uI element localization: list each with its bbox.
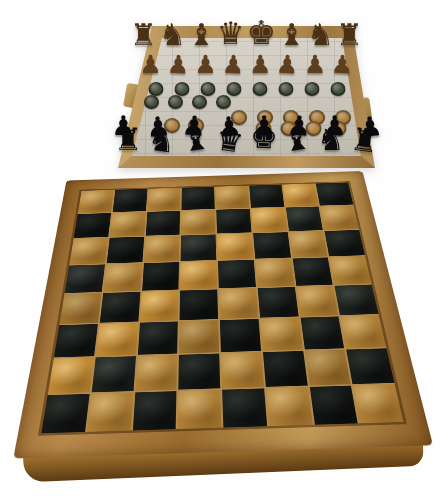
- square-d2: [179, 354, 221, 390]
- black-majors-knight-icon: ♞: [146, 123, 178, 158]
- square-b1: [87, 392, 133, 431]
- square-h6: [325, 230, 365, 256]
- square-g2: [305, 350, 351, 386]
- board-frame: [13, 171, 433, 458]
- square-a7: [74, 213, 111, 238]
- black-majors-knight-icon: ♞: [317, 124, 345, 155]
- square-d5: [180, 261, 217, 290]
- tray-row-brown-pawns: ♟♟♟♟♟♟♟♟: [118, 52, 375, 77]
- green-checker-disc: [174, 82, 189, 96]
- square-g5: [292, 257, 333, 285]
- square-c6: [144, 236, 180, 263]
- brown-majors-rook-icon: ♜: [336, 20, 363, 50]
- brown-pawns-pawn-icon: ♟: [139, 52, 161, 77]
- square-e4: [219, 288, 258, 319]
- brown-majors-knight-icon: ♞: [159, 20, 186, 50]
- square-a5: [65, 264, 105, 293]
- green-checker-disc: [168, 95, 183, 109]
- green-checker-disc: [252, 82, 267, 96]
- chess-board: [4, 159, 434, 482]
- square-a4: [59, 293, 101, 324]
- green-checker-disc: [144, 95, 159, 109]
- square-e1: [222, 388, 267, 427]
- square-h2: [346, 348, 394, 384]
- square-a6: [69, 238, 108, 265]
- green-checker-disc: [192, 95, 207, 109]
- square-e2: [221, 352, 264, 388]
- square-c5: [142, 262, 179, 291]
- square-g8: [283, 184, 319, 207]
- brown-pawns-pawn-icon: ♟: [249, 52, 271, 77]
- square-b2: [91, 356, 135, 392]
- square-c1: [132, 391, 176, 430]
- black-majors-bishop-icon: ♝: [180, 122, 212, 157]
- square-b3: [96, 323, 138, 356]
- green-checker-disc: [148, 82, 163, 96]
- black-majors-rook-icon: ♜: [114, 124, 142, 155]
- square-d1: [178, 390, 222, 429]
- green-checker-disc: [200, 82, 215, 96]
- square-d3: [179, 320, 219, 353]
- square-a2: [48, 357, 94, 393]
- board-grid: [41, 183, 403, 434]
- tray-row-brown-majors: ♜♞♝♛♚♝♞♜: [118, 20, 375, 50]
- square-e7: [216, 209, 251, 234]
- square-h4: [335, 285, 379, 316]
- square-e8: [216, 186, 250, 209]
- square-c7: [145, 211, 180, 236]
- square-d6: [181, 234, 217, 261]
- square-f1: [266, 387, 313, 426]
- square-f5: [255, 259, 294, 287]
- black-majors-queen-icon: ♛: [214, 123, 246, 158]
- square-a3: [54, 324, 98, 357]
- brown-pawns-pawn-icon: ♟: [166, 51, 190, 77]
- green-checker-disc: [216, 95, 231, 109]
- brown-majors-bishop-icon: ♝: [188, 20, 215, 50]
- square-f2: [263, 351, 308, 387]
- green-checker-disc: [226, 82, 241, 96]
- brown-pawns-pawn-icon: ♟: [221, 51, 245, 77]
- square-b4: [100, 292, 140, 323]
- black-majors-king-icon: ♚: [249, 122, 278, 154]
- square-h3: [340, 315, 386, 348]
- brown-majors-knight-icon: ♞: [307, 20, 334, 50]
- square-f4: [257, 287, 298, 318]
- square-b7: [110, 212, 146, 237]
- square-d7: [181, 210, 215, 235]
- square-f6: [253, 232, 291, 258]
- square-d4: [180, 289, 218, 320]
- product-photo-chess-set: ♜♞♝♛♚♝♞♜ ♟♟♟♟♟♟♟♟ ♟♟♟♟♟♟♟♟ ♜♞♝♛♚♝♞♜: [0, 0, 440, 500]
- black-majors-rook-icon: ♜: [349, 123, 381, 158]
- brown-pawns-pawn-icon: ♟: [276, 51, 300, 77]
- square-d8: [182, 187, 215, 210]
- brown-majors-king-icon: ♚: [247, 16, 277, 50]
- brown-majors-rook-icon: ♜: [130, 20, 157, 50]
- square-b8: [112, 189, 147, 212]
- square-e5: [218, 260, 256, 288]
- square-b5: [103, 263, 142, 292]
- square-h5: [330, 256, 372, 284]
- brown-pawns-pawn-icon: ♟: [304, 52, 326, 77]
- green-checker-disc: [278, 82, 293, 96]
- box-body: ♜♞♝♛♚♝♞♜ ♟♟♟♟♟♟♟♟ ♟♟♟♟♟♟♟♟ ♜♞♝♛♚♝♞♜: [118, 26, 375, 168]
- square-c2: [135, 355, 177, 391]
- square-e3: [220, 319, 261, 352]
- square-g7: [286, 207, 323, 232]
- square-e6: [217, 233, 253, 260]
- square-c3: [137, 321, 178, 354]
- square-g6: [289, 231, 328, 257]
- board-top-surface: [13, 171, 433, 458]
- brown-majors-queen-icon: ♛: [217, 18, 245, 50]
- square-g4: [296, 286, 338, 317]
- green-checker-disc: [304, 82, 319, 96]
- square-b6: [106, 237, 143, 264]
- tray-row-black-majors: ♜♞♝♛♚♝♞♜: [118, 124, 375, 155]
- green-checker-disc: [330, 82, 345, 96]
- square-a8: [78, 190, 114, 213]
- brown-majors-bishop-icon: ♝: [278, 20, 305, 50]
- square-g3: [300, 316, 344, 349]
- square-h8: [316, 183, 353, 206]
- square-f3: [260, 318, 303, 351]
- square-g1: [309, 386, 358, 425]
- square-f7: [251, 208, 287, 233]
- square-h1: [353, 384, 403, 423]
- brown-pawns-pawn-icon: ♟: [194, 52, 216, 77]
- square-c8: [147, 188, 181, 211]
- square-a1: [41, 394, 89, 433]
- square-c4: [140, 291, 179, 322]
- square-f8: [249, 185, 284, 208]
- black-majors-bishop-icon: ♝: [281, 122, 313, 157]
- brown-pawns-pawn-icon: ♟: [331, 51, 355, 77]
- square-h7: [320, 205, 359, 230]
